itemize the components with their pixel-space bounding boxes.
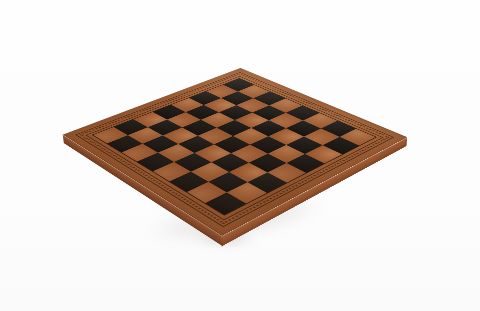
board-square bbox=[191, 162, 229, 182]
board-square bbox=[267, 163, 306, 183]
board-square bbox=[211, 153, 248, 172]
board-square bbox=[143, 135, 179, 152]
board-square bbox=[286, 137, 322, 154]
board-square bbox=[205, 192, 246, 214]
board-square bbox=[187, 182, 227, 203]
board-square bbox=[287, 154, 325, 173]
board-square bbox=[170, 172, 209, 192]
board-square bbox=[268, 145, 305, 163]
board-square bbox=[229, 163, 267, 183]
board-square bbox=[122, 144, 158, 162]
board-square bbox=[250, 136, 286, 153]
board-square bbox=[137, 153, 174, 172]
board-square bbox=[174, 153, 211, 172]
board-square bbox=[249, 154, 287, 173]
board-square bbox=[231, 145, 268, 163]
product-photo-background bbox=[0, 0, 480, 311]
board-square bbox=[305, 145, 342, 163]
board-square bbox=[227, 182, 267, 203]
board-square bbox=[194, 144, 231, 162]
board-square bbox=[248, 172, 287, 192]
board-square bbox=[153, 162, 191, 181]
board-square bbox=[158, 144, 194, 162]
board-square bbox=[178, 136, 214, 153]
board-square bbox=[208, 172, 247, 192]
board-square bbox=[214, 136, 250, 153]
board-square bbox=[323, 137, 360, 154]
